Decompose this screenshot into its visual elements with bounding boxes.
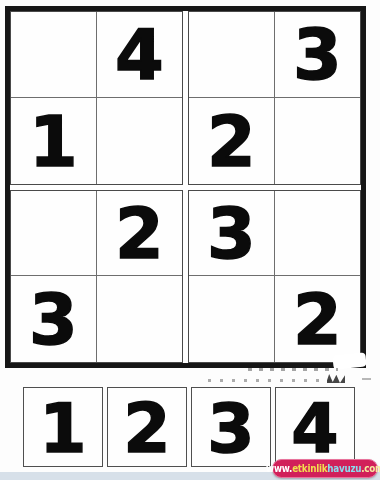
box-top-left: 4 1 [10, 11, 183, 185]
cell-r2c3[interactable]: 2 [189, 98, 275, 184]
watermark-badge: www.etkinlikhavuzu.com [272, 459, 378, 478]
box-bottom-left: 2 3 [10, 190, 183, 364]
tray-digit-1[interactable]: 1 [23, 387, 103, 467]
tray-digit-2[interactable]: 2 [107, 387, 187, 467]
smudge-artifact [362, 378, 371, 380]
cell-r3c1[interactable] [11, 191, 97, 277]
cell-r4c2[interactable] [97, 276, 183, 362]
cell-r1c1[interactable] [11, 12, 97, 98]
cell-r1c2[interactable]: 4 [97, 12, 183, 98]
watermark-segment: etkinlik [292, 463, 327, 474]
cell-r3c3[interactable]: 3 [189, 191, 275, 277]
cell-r2c2[interactable] [97, 98, 183, 184]
cell-r4c3[interactable] [189, 276, 275, 362]
cell-r4c1[interactable]: 3 [11, 276, 97, 362]
watermark-segment: havuzu [327, 463, 361, 474]
cell-r2c4[interactable] [275, 98, 361, 184]
sudoku-worksheet: 4 1 3 2 2 3 3 2 1 2 3 4 [0, 0, 380, 480]
watermark-text: www.etkinlikhavuzu.com [266, 463, 380, 474]
box-top-right: 3 2 [188, 11, 361, 185]
digit-tray: 1 2 3 4 [23, 387, 355, 467]
cell-r2c1[interactable]: 1 [11, 98, 97, 184]
cell-r1c4[interactable]: 3 [275, 12, 361, 98]
cell-r3c4[interactable] [275, 191, 361, 277]
sudoku-board: 4 1 3 2 2 3 3 2 [5, 6, 366, 368]
tray-digit-4[interactable]: 4 [275, 387, 355, 467]
cell-r3c2[interactable]: 2 [97, 191, 183, 277]
smudge-artifact [248, 368, 338, 371]
smudge-artifact [208, 379, 336, 382]
cell-r4c4[interactable]: 2 [275, 276, 361, 362]
smudge-artifact [327, 374, 345, 383]
box-bottom-right: 3 2 [188, 190, 361, 364]
tray-digit-3[interactable]: 3 [191, 387, 271, 467]
cell-r1c3[interactable] [189, 12, 275, 98]
watermark-segment: .com [361, 463, 380, 474]
watermark-segment: www. [266, 463, 292, 474]
